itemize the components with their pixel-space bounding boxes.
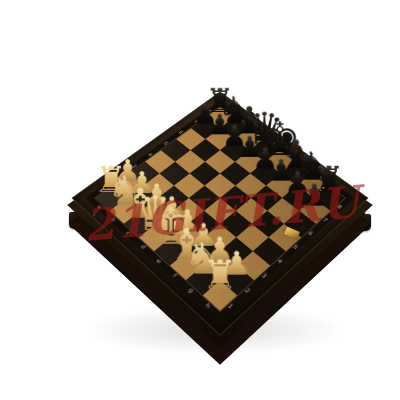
piece-white-rook: ♜ xyxy=(196,256,245,296)
product-photo: abcdefgh abcdefgh 87654321 87654321 ♜♞♝♛… xyxy=(0,0,400,400)
